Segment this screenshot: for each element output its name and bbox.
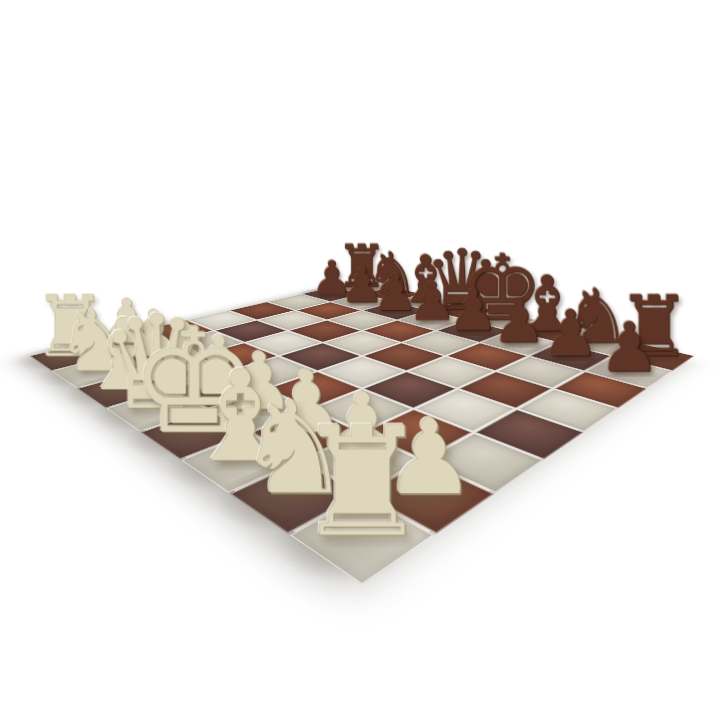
product-photo-scene: ♜♞♝♛♚♝♞♜♟♟♟♟♟♟♟♟♟♟♟♟♟♟♟♟♜♞♝♛♚♝♞♜ (0, 0, 720, 720)
chessboard: ♜♞♝♛♚♝♞♜♟♟♟♟♟♟♟♟♟♟♟♟♟♟♟♟♜♞♝♛♚♝♞♜ (30, 280, 695, 585)
